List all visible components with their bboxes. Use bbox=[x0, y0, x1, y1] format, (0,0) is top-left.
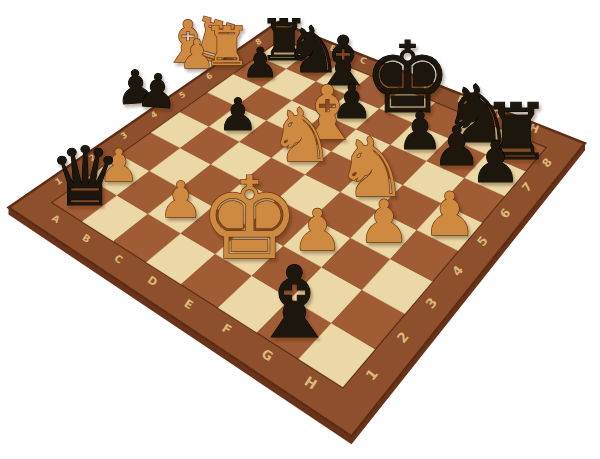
piece-white-pawn-g4[interactable]: ♟ bbox=[358, 188, 410, 256]
piece-black-queen-a1[interactable]: ♛ bbox=[48, 129, 121, 224]
piece-white-pawn-h5[interactable]: ♟ bbox=[423, 179, 477, 249]
piece-white-pawn-c2[interactable]: ♟ bbox=[159, 171, 204, 229]
pieces: ♜♜♝♜♟♞♟♝♟♟♚♟♟♝♞♟♜♞♟♟♟♞♛♟♟♟♟♚♝ bbox=[48, 3, 550, 360]
chess-photo-page: AABBCCDDEEFFGGHH1122334455667788 ♜♜♝♜♟♞♟… bbox=[0, 0, 600, 459]
piece-black-bishop-g1[interactable]: ♝ bbox=[250, 245, 339, 360]
chessboard-photo: AABBCCDDEEFFGGHH1122334455667788 ♜♜♝♜♟♞♟… bbox=[0, 0, 600, 459]
piece-black-pawn-a7[interactable]: ♟ bbox=[242, 39, 279, 87]
piece-black-pawn-h7[interactable]: ♟ bbox=[470, 129, 521, 195]
piece-black-pawn-b5[interactable]: ♟ bbox=[218, 89, 258, 141]
captured-white-pawn: ♟ bbox=[179, 31, 215, 77]
captured-black-pawn: ♟ bbox=[135, 63, 180, 120]
